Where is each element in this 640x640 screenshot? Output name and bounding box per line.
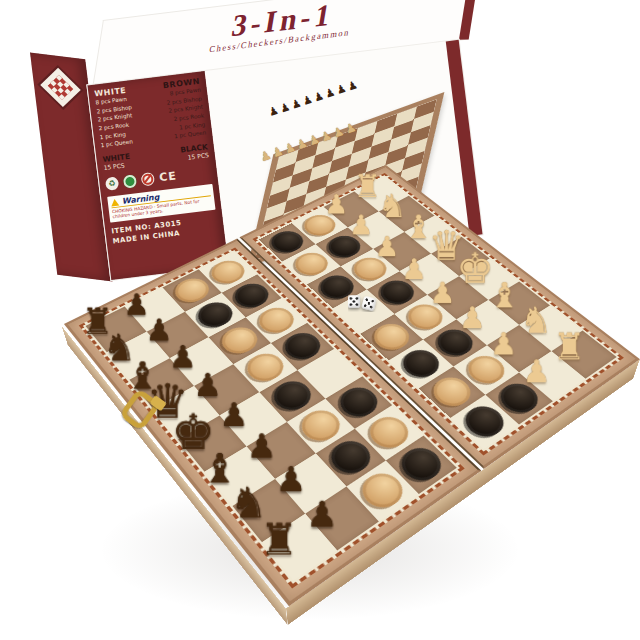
dark-pawn: ♟	[247, 430, 277, 463]
dice	[348, 295, 376, 308]
light-knight: ♞	[520, 303, 552, 339]
checker-black	[278, 328, 327, 365]
product-photo: 3-In-1 Chess/Checkers/Backgammon WHITE B…	[0, 0, 640, 640]
checker-black	[458, 401, 511, 443]
checker-black	[394, 442, 449, 487]
board-scene: ♜♞♝♛♚♝♞♜♟♟♟♟♟♟♟♟ ♟♟♟♟♟♟♟♟♜♞♝♛♚♝♞♜	[0, 0, 640, 640]
light-pawn: ♟	[375, 233, 400, 261]
die-5	[348, 295, 361, 308]
dark-pawn: ♟	[169, 342, 197, 373]
dark-pawn: ♟	[306, 497, 338, 532]
dark-pawn: ♟	[194, 370, 222, 402]
light-bishop: ♝	[489, 278, 520, 313]
die-5	[361, 296, 376, 311]
light-pawn: ♟	[523, 356, 551, 387]
light-pawn: ♟	[402, 255, 427, 283]
dark-pawn: ♟	[276, 463, 307, 497]
light-rook: ♜	[553, 329, 586, 366]
light-knight: ♞	[378, 191, 407, 223]
light-pawn: ♟	[349, 212, 373, 239]
light-pawn: ♟	[490, 329, 517, 359]
light-pawn: ♟	[430, 279, 456, 308]
checker-black	[396, 345, 446, 383]
dark-pawn: ♟	[220, 399, 249, 431]
light-pawn: ♟	[459, 303, 486, 333]
light-pawn: ♟	[325, 191, 349, 217]
dark-rook: ♜	[260, 519, 299, 562]
